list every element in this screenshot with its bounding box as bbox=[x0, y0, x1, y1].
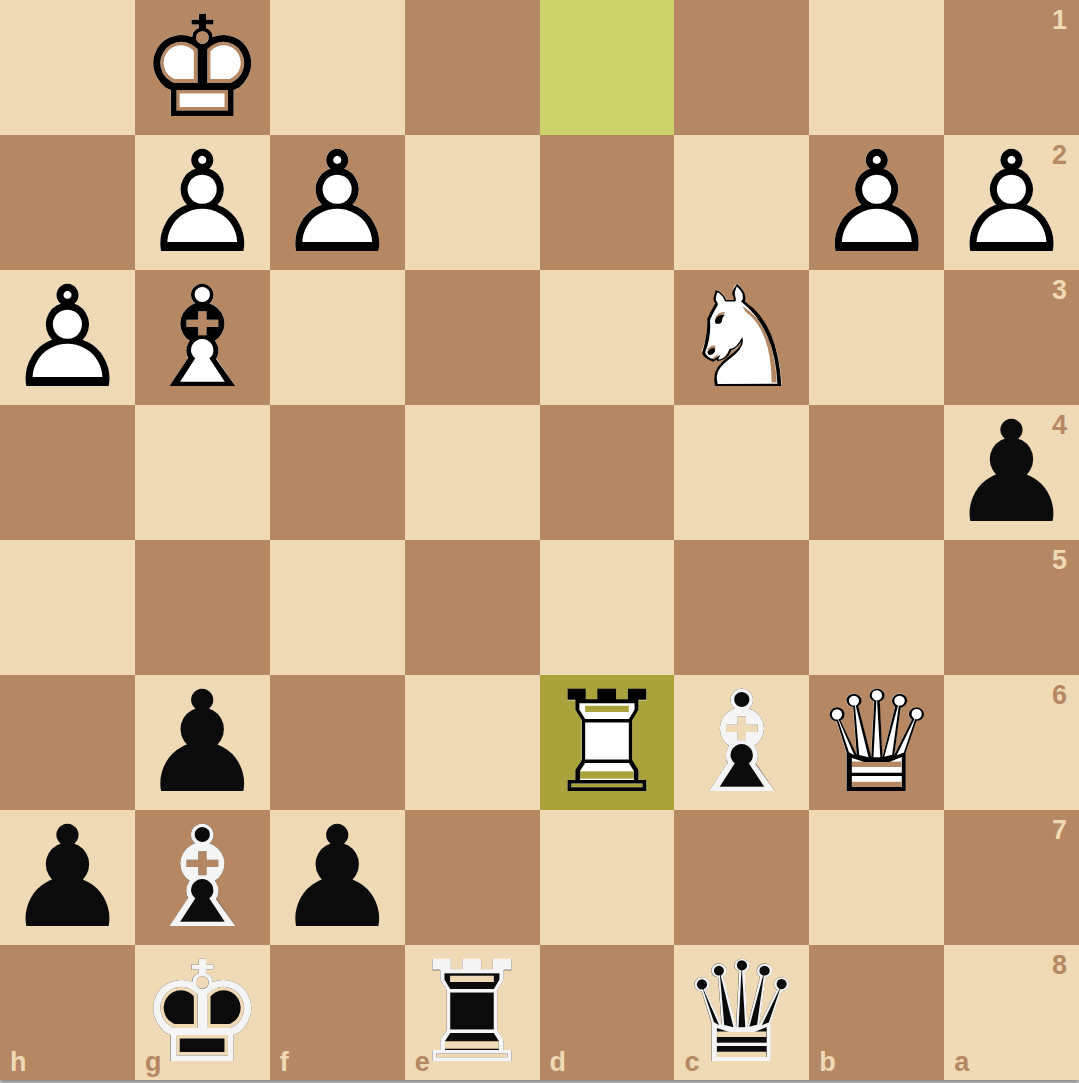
square-g8[interactable]: g♚♔ bbox=[135, 945, 270, 1080]
black-pawn-glyph: ♟ bbox=[135, 675, 270, 810]
square-f3[interactable] bbox=[270, 270, 405, 405]
white-bishop-outline: ♗ bbox=[135, 270, 270, 405]
square-b6[interactable]: ♛♕ bbox=[809, 675, 944, 810]
piece-white-rook[interactable]: ♜♖ bbox=[540, 675, 675, 810]
square-d2[interactable] bbox=[540, 135, 675, 270]
square-a8[interactable]: 8a bbox=[944, 945, 1079, 1080]
white-king-outline: ♔ bbox=[135, 0, 270, 135]
piece-white-knight[interactable]: ♞♘ bbox=[674, 270, 809, 405]
square-c3[interactable]: ♞♘ bbox=[674, 270, 809, 405]
square-g4[interactable] bbox=[135, 405, 270, 540]
square-h4[interactable] bbox=[0, 405, 135, 540]
square-d5[interactable] bbox=[540, 540, 675, 675]
square-b1[interactable] bbox=[809, 0, 944, 135]
piece-white-pawn[interactable]: ♟♙ bbox=[809, 135, 944, 270]
white-pawn-outline: ♙ bbox=[809, 135, 944, 270]
piece-black-rook[interactable]: ♜♖ bbox=[405, 945, 540, 1080]
square-b8[interactable]: b bbox=[809, 945, 944, 1080]
file-label-f: f bbox=[280, 1049, 289, 1076]
square-c6[interactable]: ♝♗ bbox=[674, 675, 809, 810]
piece-black-pawn[interactable]: ♟ bbox=[944, 405, 1079, 540]
black-bishop-outline: ♗ bbox=[135, 810, 270, 945]
square-b2[interactable]: ♟♙ bbox=[809, 135, 944, 270]
square-h5[interactable] bbox=[0, 540, 135, 675]
rank-label-8: 8 bbox=[1052, 952, 1067, 979]
chess-board: ♚♔1♟♙♟♙♟♙2♟♙♟♙♝♗♞♘34♟5♟♜♖♝♗♛♕6♟♝♗♟7hg♚♔f… bbox=[0, 0, 1079, 1080]
square-d7[interactable] bbox=[540, 810, 675, 945]
square-a2[interactable]: 2♟♙ bbox=[944, 135, 1079, 270]
piece-white-bishop[interactable]: ♝♗ bbox=[135, 270, 270, 405]
square-b7[interactable] bbox=[809, 810, 944, 945]
piece-black-pawn[interactable]: ♟ bbox=[0, 810, 135, 945]
square-a4[interactable]: 4♟ bbox=[944, 405, 1079, 540]
file-label-d: d bbox=[550, 1049, 567, 1076]
rank-label-7: 7 bbox=[1052, 817, 1067, 844]
file-label-a: a bbox=[954, 1049, 969, 1076]
square-e5[interactable] bbox=[405, 540, 540, 675]
piece-white-pawn[interactable]: ♟♙ bbox=[0, 270, 135, 405]
square-d8[interactable]: d bbox=[540, 945, 675, 1080]
square-f8[interactable]: f bbox=[270, 945, 405, 1080]
chess-board-page: ♚♔1♟♙♟♙♟♙2♟♙♟♙♝♗♞♘34♟5♟♜♖♝♗♛♕6♟♝♗♟7hg♚♔f… bbox=[0, 0, 1079, 1083]
square-a1[interactable]: 1 bbox=[944, 0, 1079, 135]
square-g1[interactable]: ♚♔ bbox=[135, 0, 270, 135]
square-c8[interactable]: c♛♕ bbox=[674, 945, 809, 1080]
square-e3[interactable] bbox=[405, 270, 540, 405]
square-a6[interactable]: 6 bbox=[944, 675, 1079, 810]
square-c1[interactable] bbox=[674, 0, 809, 135]
piece-black-queen[interactable]: ♛♕ bbox=[674, 945, 809, 1080]
square-g6[interactable]: ♟ bbox=[135, 675, 270, 810]
square-e8[interactable]: e♜♖ bbox=[405, 945, 540, 1080]
black-bishop-outline: ♗ bbox=[674, 675, 809, 810]
square-b3[interactable] bbox=[809, 270, 944, 405]
square-f2[interactable]: ♟♙ bbox=[270, 135, 405, 270]
square-h2[interactable] bbox=[0, 135, 135, 270]
square-a3[interactable]: 3 bbox=[944, 270, 1079, 405]
piece-white-pawn[interactable]: ♟♙ bbox=[944, 135, 1079, 270]
piece-white-pawn[interactable]: ♟♙ bbox=[270, 135, 405, 270]
piece-black-bishop[interactable]: ♝♗ bbox=[135, 810, 270, 945]
rank-label-1: 1 bbox=[1052, 7, 1067, 34]
square-a5[interactable]: 5 bbox=[944, 540, 1079, 675]
file-label-h: h bbox=[10, 1049, 27, 1076]
square-h7[interactable]: ♟ bbox=[0, 810, 135, 945]
square-d6[interactable]: ♜♖ bbox=[540, 675, 675, 810]
white-rook-outline: ♖ bbox=[540, 675, 675, 810]
square-h8[interactable]: h bbox=[0, 945, 135, 1080]
square-g7[interactable]: ♝♗ bbox=[135, 810, 270, 945]
square-g3[interactable]: ♝♗ bbox=[135, 270, 270, 405]
square-f5[interactable] bbox=[270, 540, 405, 675]
piece-white-pawn[interactable]: ♟♙ bbox=[135, 135, 270, 270]
black-king-outline: ♔ bbox=[135, 945, 270, 1080]
white-pawn-outline: ♙ bbox=[135, 135, 270, 270]
piece-black-bishop[interactable]: ♝♗ bbox=[674, 675, 809, 810]
square-c5[interactable] bbox=[674, 540, 809, 675]
rank-label-6: 6 bbox=[1052, 682, 1067, 709]
white-pawn-outline: ♙ bbox=[270, 135, 405, 270]
black-rook-outline: ♖ bbox=[405, 945, 540, 1080]
square-d1[interactable] bbox=[540, 0, 675, 135]
square-a7[interactable]: 7 bbox=[944, 810, 1079, 945]
square-e1[interactable] bbox=[405, 0, 540, 135]
square-e7[interactable] bbox=[405, 810, 540, 945]
square-h6[interactable] bbox=[0, 675, 135, 810]
square-f4[interactable] bbox=[270, 405, 405, 540]
square-f6[interactable] bbox=[270, 675, 405, 810]
square-c2[interactable] bbox=[674, 135, 809, 270]
black-queen-outline: ♕ bbox=[674, 945, 809, 1080]
white-knight-outline: ♘ bbox=[674, 270, 809, 405]
square-h3[interactable]: ♟♙ bbox=[0, 270, 135, 405]
piece-black-pawn[interactable]: ♟ bbox=[270, 810, 405, 945]
square-d3[interactable] bbox=[540, 270, 675, 405]
square-g2[interactable]: ♟♙ bbox=[135, 135, 270, 270]
square-b5[interactable] bbox=[809, 540, 944, 675]
white-queen-outline: ♕ bbox=[809, 675, 944, 810]
square-h1[interactable] bbox=[0, 0, 135, 135]
piece-white-king[interactable]: ♚♔ bbox=[135, 0, 270, 135]
piece-black-king[interactable]: ♚♔ bbox=[135, 945, 270, 1080]
square-f7[interactable]: ♟ bbox=[270, 810, 405, 945]
white-pawn-outline: ♙ bbox=[0, 270, 135, 405]
black-pawn-glyph: ♟ bbox=[944, 405, 1079, 540]
square-f1[interactable] bbox=[270, 0, 405, 135]
black-pawn-glyph: ♟ bbox=[270, 810, 405, 945]
white-pawn-outline: ♙ bbox=[944, 135, 1079, 270]
square-b4[interactable] bbox=[809, 405, 944, 540]
square-g5[interactable] bbox=[135, 540, 270, 675]
square-d4[interactable] bbox=[540, 405, 675, 540]
square-e2[interactable] bbox=[405, 135, 540, 270]
black-pawn-glyph: ♟ bbox=[0, 810, 135, 945]
square-c4[interactable] bbox=[674, 405, 809, 540]
square-e6[interactable] bbox=[405, 675, 540, 810]
square-e4[interactable] bbox=[405, 405, 540, 540]
piece-black-pawn[interactable]: ♟ bbox=[135, 675, 270, 810]
piece-white-queen[interactable]: ♛♕ bbox=[809, 675, 944, 810]
square-c7[interactable] bbox=[674, 810, 809, 945]
file-label-b: b bbox=[819, 1049, 836, 1076]
